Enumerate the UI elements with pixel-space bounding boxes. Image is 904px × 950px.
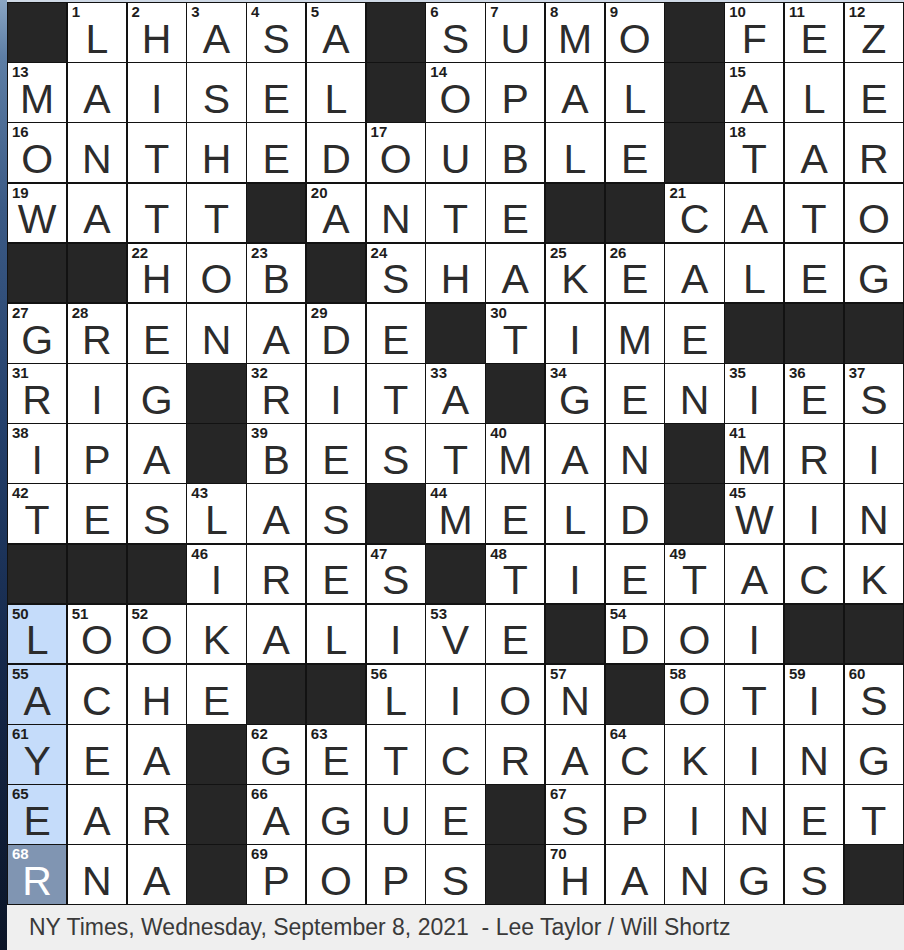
cell-letter: T bbox=[845, 801, 903, 842]
cell-letter: L bbox=[606, 79, 664, 120]
grid-cell[interactable]: K bbox=[665, 725, 723, 784]
grid-cell[interactable]: C bbox=[426, 725, 484, 784]
grid-cell[interactable]: K bbox=[187, 605, 245, 664]
window-top-edge bbox=[0, 0, 904, 2]
grid-cell[interactable]: N bbox=[187, 304, 245, 363]
grid-cell bbox=[367, 484, 425, 543]
grid-cell[interactable]: 40M bbox=[486, 424, 544, 483]
grid-cell[interactable]: A bbox=[725, 545, 783, 604]
grid-cell[interactable]: D bbox=[307, 123, 365, 182]
grid-cell[interactable]: A bbox=[785, 123, 843, 182]
grid-cell[interactable]: E bbox=[486, 484, 544, 543]
grid-cell[interactable]: H bbox=[187, 123, 245, 182]
grid-cell[interactable]: 20A bbox=[307, 184, 365, 243]
grid-cell[interactable]: N bbox=[725, 785, 783, 844]
grid-cell[interactable]: B bbox=[486, 123, 544, 182]
grid-cell[interactable]: 18T bbox=[725, 123, 783, 182]
grid-cell[interactable]: S bbox=[307, 484, 365, 543]
grid-cell[interactable]: 29D bbox=[307, 304, 365, 363]
grid-cell[interactable]: O bbox=[486, 665, 544, 724]
cell-letter: E bbox=[426, 801, 484, 842]
grid-cell[interactable]: A bbox=[606, 845, 664, 904]
cell-letter: I bbox=[725, 380, 783, 421]
cell-letter: T bbox=[128, 139, 186, 180]
grid-cell[interactable]: I bbox=[367, 605, 425, 664]
cell-letter: G bbox=[8, 320, 66, 361]
grid-cell[interactable]: E bbox=[68, 484, 126, 543]
grid-cell[interactable]: 9O bbox=[606, 3, 664, 62]
grid-cell[interactable]: 49T bbox=[665, 545, 723, 604]
grid-cell[interactable]: 50L bbox=[8, 605, 66, 664]
cell-letter: I bbox=[785, 681, 843, 722]
cell-letter: A bbox=[426, 380, 484, 421]
grid-cell bbox=[68, 545, 126, 604]
grid-cell[interactable]: 2H bbox=[128, 3, 186, 62]
grid-cell[interactable]: E bbox=[187, 665, 245, 724]
cell-letter: I bbox=[187, 560, 245, 601]
grid-cell[interactable]: O bbox=[307, 845, 365, 904]
cell-letter: N bbox=[68, 861, 126, 902]
grid-cell[interactable]: 21C bbox=[665, 184, 723, 243]
grid-cell[interactable]: T bbox=[426, 184, 484, 243]
grid-cell[interactable]: 36E bbox=[785, 364, 843, 423]
cell-letter: O bbox=[128, 620, 186, 661]
grid-cell[interactable]: H bbox=[128, 665, 186, 724]
cell-letter: Z bbox=[845, 19, 903, 60]
grid-cell[interactable]: 67S bbox=[546, 785, 604, 844]
cell-letter: C bbox=[606, 741, 664, 782]
grid-cell bbox=[307, 665, 365, 724]
cell-letter: C bbox=[785, 560, 843, 601]
cell-letter: E bbox=[785, 259, 843, 300]
grid-cell[interactable]: I bbox=[665, 785, 723, 844]
cell-letter: O bbox=[307, 861, 365, 902]
grid-cell bbox=[426, 304, 484, 363]
grid-cell[interactable]: 48T bbox=[486, 545, 544, 604]
cell-letter: E bbox=[606, 380, 664, 421]
grid-cell[interactable]: G bbox=[128, 364, 186, 423]
grid-cell[interactable]: E bbox=[367, 304, 425, 363]
cell-letter: S bbox=[367, 259, 425, 300]
grid-cell[interactable]: 30T bbox=[486, 304, 544, 363]
grid-cell bbox=[845, 304, 903, 363]
grid-cell[interactable]: 32R bbox=[247, 364, 305, 423]
cell-letter: O bbox=[845, 199, 903, 240]
cell-letter: E bbox=[307, 560, 365, 601]
grid-cell[interactable]: 54D bbox=[606, 605, 664, 664]
grid-cell[interactable]: A bbox=[725, 184, 783, 243]
cell-letter: L bbox=[307, 79, 365, 120]
cell-letter: A bbox=[68, 79, 126, 120]
grid-cell[interactable]: N bbox=[68, 845, 126, 904]
cell-letter: E bbox=[785, 801, 843, 842]
grid-cell bbox=[546, 184, 604, 243]
cell-letter: R bbox=[845, 139, 903, 180]
grid-cell[interactable]: 11E bbox=[785, 3, 843, 62]
grid-cell[interactable]: U bbox=[367, 785, 425, 844]
grid-cell bbox=[845, 605, 903, 664]
grid-cell[interactable]: G bbox=[725, 845, 783, 904]
grid-cell[interactable]: 19W bbox=[8, 184, 66, 243]
grid-cell[interactable]: E bbox=[426, 785, 484, 844]
grid-cell[interactable]: T bbox=[367, 725, 425, 784]
grid-cell[interactable]: 8M bbox=[546, 3, 604, 62]
cell-letter: D bbox=[606, 500, 664, 541]
grid-cell[interactable]: 52O bbox=[128, 605, 186, 664]
cell-letter: A bbox=[247, 620, 305, 661]
grid-cell[interactable]: N bbox=[665, 364, 723, 423]
cell-letter: K bbox=[187, 620, 245, 661]
grid-cell[interactable]: E bbox=[785, 244, 843, 303]
grid-cell[interactable]: 64C bbox=[606, 725, 664, 784]
grid-cell bbox=[785, 304, 843, 363]
grid-cell[interactable]: A bbox=[665, 244, 723, 303]
grid-cell[interactable]: 41M bbox=[725, 424, 783, 483]
grid-cell[interactable]: S bbox=[128, 484, 186, 543]
grid-cell bbox=[665, 424, 723, 483]
grid-cell[interactable]: 31R bbox=[8, 364, 66, 423]
grid-cell bbox=[486, 845, 544, 904]
grid-cell[interactable]: P bbox=[68, 424, 126, 483]
grid-cell[interactable]: A bbox=[68, 184, 126, 243]
grid-cell[interactable]: R bbox=[247, 545, 305, 604]
grid-cell[interactable]: 25K bbox=[546, 244, 604, 303]
cell-letter: A bbox=[247, 320, 305, 361]
grid-cell bbox=[8, 3, 66, 62]
grid-cell[interactable]: T bbox=[725, 665, 783, 724]
grid-cell[interactable]: I bbox=[307, 364, 365, 423]
grid-cell[interactable]: 57N bbox=[546, 665, 604, 724]
cell-letter: I bbox=[546, 560, 604, 601]
grid-cell[interactable]: T bbox=[426, 424, 484, 483]
grid-cell[interactable]: E bbox=[128, 304, 186, 363]
grid-cell[interactable]: M bbox=[606, 304, 664, 363]
cell-letter: A bbox=[68, 199, 126, 240]
grid-cell[interactable]: 5A bbox=[307, 3, 365, 62]
grid-cell[interactable]: A bbox=[68, 785, 126, 844]
grid-cell[interactable]: A bbox=[247, 484, 305, 543]
cell-letter: L bbox=[546, 500, 604, 541]
cell-letter: A bbox=[546, 741, 604, 782]
cell-letter: C bbox=[68, 681, 126, 722]
grid-cell[interactable]: 46I bbox=[187, 545, 245, 604]
cell-letter: L bbox=[187, 500, 245, 541]
cell-letter: P bbox=[247, 861, 305, 902]
grid-cell bbox=[187, 785, 245, 844]
grid-cell[interactable]: T bbox=[128, 184, 186, 243]
grid-cell[interactable]: L bbox=[546, 123, 604, 182]
cell-letter: N bbox=[845, 500, 903, 541]
grid-cell[interactable]: H bbox=[426, 244, 484, 303]
grid-cell[interactable]: S bbox=[785, 845, 843, 904]
cell-letter: M bbox=[725, 440, 783, 481]
grid-cell[interactable]: 24S bbox=[367, 244, 425, 303]
cell-letter: A bbox=[785, 139, 843, 180]
grid-cell[interactable]: T bbox=[187, 184, 245, 243]
grid-cell[interactable]: E bbox=[486, 184, 544, 243]
grid-cell[interactable]: 28R bbox=[68, 304, 126, 363]
cell-letter: N bbox=[665, 380, 723, 421]
grid-cell bbox=[8, 545, 66, 604]
grid-cell[interactable]: A bbox=[128, 725, 186, 784]
grid-cell[interactable]: L bbox=[785, 63, 843, 122]
grid-cell[interactable]: 27G bbox=[8, 304, 66, 363]
cell-letter: E bbox=[665, 320, 723, 361]
cell-letter: R bbox=[247, 380, 305, 421]
grid-cell bbox=[8, 244, 66, 303]
grid-cell[interactable]: I bbox=[725, 725, 783, 784]
grid-cell[interactable]: I bbox=[546, 545, 604, 604]
cell-letter: S bbox=[307, 500, 365, 541]
cell-letter: I bbox=[128, 79, 186, 120]
grid-cell[interactable]: 43L bbox=[187, 484, 245, 543]
grid-cell[interactable]: P bbox=[367, 845, 425, 904]
cell-letter: S bbox=[367, 440, 425, 481]
cell-letter: N bbox=[187, 320, 245, 361]
grid-cell[interactable]: 44M bbox=[426, 484, 484, 543]
cell-letter: H bbox=[426, 259, 484, 300]
cell-letter: L bbox=[785, 79, 843, 120]
grid-cell[interactable]: E bbox=[247, 63, 305, 122]
grid-cell[interactable]: T bbox=[128, 123, 186, 182]
cell-letter: S bbox=[426, 861, 484, 902]
grid-cell bbox=[665, 3, 723, 62]
grid-cell[interactable]: 22H bbox=[128, 244, 186, 303]
grid-cell[interactable]: 62G bbox=[247, 725, 305, 784]
grid-cell[interactable]: 33A bbox=[426, 364, 484, 423]
cell-letter: B bbox=[247, 440, 305, 481]
grid-cell[interactable]: T bbox=[785, 184, 843, 243]
cell-letter: S bbox=[845, 380, 903, 421]
grid-cell[interactable]: 16O bbox=[8, 123, 66, 182]
grid-cell[interactable]: S bbox=[187, 63, 245, 122]
grid-cell[interactable]: N bbox=[606, 424, 664, 483]
cell-letter: I bbox=[725, 741, 783, 782]
grid-cell[interactable]: L bbox=[606, 63, 664, 122]
grid-cell[interactable]: E bbox=[785, 785, 843, 844]
grid-cell[interactable]: T bbox=[845, 785, 903, 844]
grid-cell[interactable]: O bbox=[845, 184, 903, 243]
cell-letter: O bbox=[606, 19, 664, 60]
cell-letter: A bbox=[725, 199, 783, 240]
grid-cell[interactable]: 15A bbox=[725, 63, 783, 122]
cell-letter: T bbox=[187, 199, 245, 240]
grid-cell[interactable]: E bbox=[307, 424, 365, 483]
grid-cell[interactable]: N bbox=[665, 845, 723, 904]
grid-cell[interactable]: I bbox=[68, 364, 126, 423]
grid-cell[interactable]: 42T bbox=[8, 484, 66, 543]
cell-letter: E bbox=[247, 79, 305, 120]
grid-cell[interactable]: G bbox=[845, 244, 903, 303]
grid-cell[interactable]: L bbox=[307, 605, 365, 664]
grid-cell[interactable]: A bbox=[546, 725, 604, 784]
grid-cell[interactable]: L bbox=[546, 484, 604, 543]
grid-cell[interactable]: U bbox=[426, 123, 484, 182]
grid-cell[interactable]: G bbox=[307, 785, 365, 844]
grid-cell[interactable]: R bbox=[845, 123, 903, 182]
grid-cell[interactable]: N bbox=[367, 184, 425, 243]
grid-cell[interactable]: 66A bbox=[247, 785, 305, 844]
grid-cell[interactable]: 6S bbox=[426, 3, 484, 62]
grid-cell bbox=[307, 244, 365, 303]
grid-cell[interactable]: E bbox=[68, 725, 126, 784]
grid-cell[interactable]: E bbox=[665, 304, 723, 363]
grid-cell[interactable]: 17O bbox=[367, 123, 425, 182]
grid-cell[interactable]: L bbox=[307, 63, 365, 122]
cell-letter: I bbox=[8, 440, 66, 481]
grid-cell[interactable]: A bbox=[247, 605, 305, 664]
grid-cell[interactable]: I bbox=[546, 304, 604, 363]
cell-letter: I bbox=[845, 440, 903, 481]
grid-cell[interactable]: E bbox=[606, 545, 664, 604]
cell-letter: E bbox=[785, 19, 843, 60]
grid-cell[interactable]: E bbox=[845, 63, 903, 122]
cell-letter: I bbox=[367, 620, 425, 661]
grid-cell bbox=[426, 545, 484, 604]
cell-letter: M bbox=[606, 320, 664, 361]
grid-cell[interactable]: S bbox=[367, 424, 425, 483]
grid-cell[interactable]: D bbox=[606, 484, 664, 543]
cell-letter: G bbox=[128, 380, 186, 421]
grid-cell[interactable]: 4S bbox=[247, 3, 305, 62]
grid-cell[interactable]: 65E bbox=[8, 785, 66, 844]
grid-cell[interactable]: P bbox=[486, 63, 544, 122]
grid-cell[interactable]: 69P bbox=[247, 845, 305, 904]
grid-cell[interactable]: 45W bbox=[725, 484, 783, 543]
grid-cell[interactable]: I bbox=[426, 665, 484, 724]
grid-cell[interactable]: 56L bbox=[367, 665, 425, 724]
cell-letter: R bbox=[128, 801, 186, 842]
cell-letter: A bbox=[546, 440, 604, 481]
grid-cell[interactable]: T bbox=[367, 364, 425, 423]
cell-letter: A bbox=[307, 19, 365, 60]
grid-cell[interactable]: 10F bbox=[725, 3, 783, 62]
grid-cell[interactable]: A bbox=[546, 424, 604, 483]
grid-cell[interactable]: E bbox=[307, 545, 365, 604]
cell-letter: B bbox=[247, 259, 305, 300]
grid-cell[interactable]: E bbox=[486, 605, 544, 664]
crossword-app: 1L2H3A4S5A6S7U8M9O10F11E12Z13MAISEL14OPA… bbox=[0, 0, 904, 950]
grid-cell[interactable]: 38I bbox=[8, 424, 66, 483]
grid-cell[interactable]: R bbox=[128, 785, 186, 844]
grid-cell[interactable]: I bbox=[785, 484, 843, 543]
grid-cell[interactable]: R bbox=[486, 725, 544, 784]
grid-cell[interactable]: 68R bbox=[8, 845, 66, 904]
grid-cell[interactable]: C bbox=[785, 545, 843, 604]
grid-cell[interactable]: I bbox=[128, 63, 186, 122]
grid-cell[interactable]: I bbox=[845, 424, 903, 483]
cell-letter: S bbox=[785, 861, 843, 902]
cell-letter: O bbox=[68, 620, 126, 661]
grid-cell[interactable]: 12Z bbox=[845, 3, 903, 62]
grid-cell[interactable]: L bbox=[725, 244, 783, 303]
cell-letter: L bbox=[725, 259, 783, 300]
grid-cell[interactable]: O bbox=[187, 244, 245, 303]
cell-letter: T bbox=[486, 320, 544, 361]
grid-cell[interactable]: A bbox=[128, 424, 186, 483]
grid-cell[interactable]: A bbox=[546, 63, 604, 122]
grid-cell bbox=[68, 244, 126, 303]
cell-letter: K bbox=[665, 741, 723, 782]
grid-cell[interactable]: 70H bbox=[546, 845, 604, 904]
cell-letter: T bbox=[785, 199, 843, 240]
grid-cell[interactable]: C bbox=[68, 665, 126, 724]
cell-letter: G bbox=[725, 861, 783, 902]
grid-cell[interactable]: O bbox=[665, 605, 723, 664]
grid-cell[interactable]: S bbox=[426, 845, 484, 904]
grid-cell[interactable]: A bbox=[128, 845, 186, 904]
cell-letter: F bbox=[725, 19, 783, 60]
grid-cell[interactable]: E bbox=[606, 123, 664, 182]
grid-cell[interactable]: 3A bbox=[187, 3, 245, 62]
grid-cell[interactable]: 60S bbox=[845, 665, 903, 724]
grid-cell[interactable]: 39B bbox=[247, 424, 305, 483]
grid-cell[interactable]: N bbox=[785, 725, 843, 784]
cell-letter: R bbox=[486, 741, 544, 782]
grid-cell[interactable]: A bbox=[68, 63, 126, 122]
grid-cell[interactable]: 35I bbox=[725, 364, 783, 423]
grid-cell[interactable]: 51O bbox=[68, 605, 126, 664]
grid-cell[interactable]: 63E bbox=[307, 725, 365, 784]
grid-cell[interactable]: I bbox=[725, 605, 783, 664]
cell-letter: I bbox=[68, 380, 126, 421]
grid-cell[interactable]: E bbox=[247, 123, 305, 182]
grid-cell[interactable]: 61Y bbox=[8, 725, 66, 784]
cell-letter: D bbox=[307, 139, 365, 180]
cell-letter: W bbox=[725, 500, 783, 541]
crossword-grid[interactable]: 1L2H3A4S5A6S7U8M9O10F11E12Z13MAISEL14OPA… bbox=[7, 2, 904, 905]
grid-cell[interactable]: K bbox=[845, 545, 903, 604]
grid-cell[interactable]: A bbox=[486, 244, 544, 303]
cell-letter: E bbox=[486, 620, 544, 661]
cell-letter: M bbox=[486, 440, 544, 481]
grid-cell[interactable]: P bbox=[606, 785, 664, 844]
cell-letter: O bbox=[665, 620, 723, 661]
grid-cell[interactable]: 55A bbox=[8, 665, 66, 724]
grid-cell[interactable]: 23B bbox=[247, 244, 305, 303]
grid-cell[interactable]: G bbox=[845, 725, 903, 784]
grid-cell[interactable]: 1L bbox=[68, 3, 126, 62]
cell-letter: L bbox=[367, 681, 425, 722]
cell-letter: T bbox=[367, 380, 425, 421]
grid-cell[interactable]: 26E bbox=[606, 244, 664, 303]
grid-cell[interactable]: E bbox=[606, 364, 664, 423]
grid-cell bbox=[247, 665, 305, 724]
cell-letter: M bbox=[426, 500, 484, 541]
grid-cell[interactable]: A bbox=[247, 304, 305, 363]
cell-letter: G bbox=[307, 801, 365, 842]
grid-cell[interactable]: 59I bbox=[785, 665, 843, 724]
grid-cell bbox=[606, 184, 664, 243]
cell-letter: E bbox=[187, 681, 245, 722]
cell-letter: E bbox=[8, 801, 66, 842]
cell-letter: P bbox=[606, 801, 664, 842]
cell-letter: E bbox=[845, 79, 903, 120]
grid-cell[interactable]: 14O bbox=[426, 63, 484, 122]
cell-letter: A bbox=[486, 259, 544, 300]
grid-cell[interactable]: N bbox=[68, 123, 126, 182]
grid-cell[interactable]: 58O bbox=[665, 665, 723, 724]
grid-cell[interactable]: 53V bbox=[426, 605, 484, 664]
grid-cell[interactable]: 37S bbox=[845, 364, 903, 423]
grid-cell[interactable]: 47S bbox=[367, 545, 425, 604]
grid-cell[interactable]: R bbox=[785, 424, 843, 483]
grid-cell[interactable]: 13M bbox=[8, 63, 66, 122]
cell-letter: I bbox=[665, 801, 723, 842]
grid-cell[interactable]: 34G bbox=[546, 364, 604, 423]
grid-cell[interactable]: N bbox=[845, 484, 903, 543]
grid-cell[interactable]: 7U bbox=[486, 3, 544, 62]
